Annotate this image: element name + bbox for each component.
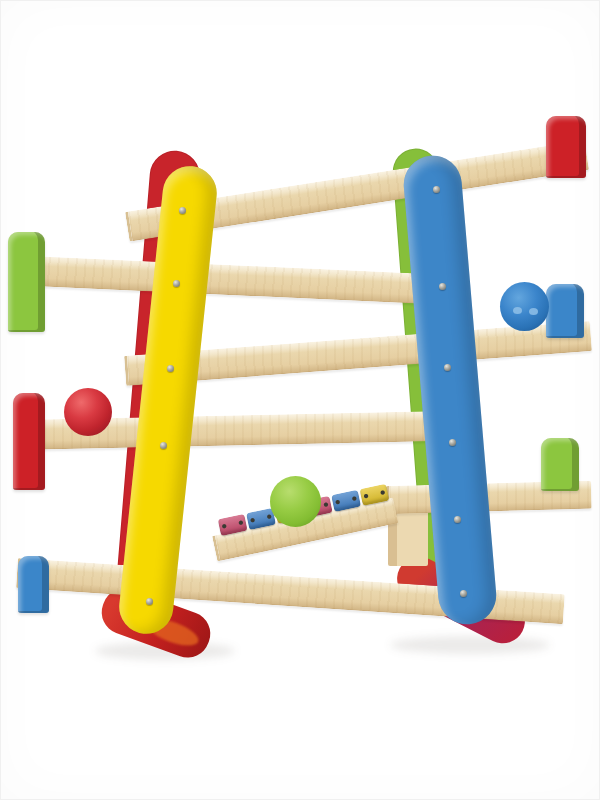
ball-green	[270, 476, 321, 527]
xylophone-key-6	[360, 484, 390, 506]
end-cap-blue-left	[18, 556, 49, 613]
xylophone-key-5	[331, 490, 361, 512]
end-cap-blue-right	[546, 284, 584, 338]
screw	[160, 442, 167, 449]
ground-shadow-right	[390, 636, 550, 654]
screw	[167, 365, 174, 372]
ball-blue	[500, 282, 549, 331]
screw	[444, 364, 451, 371]
ball-highlight	[513, 307, 522, 314]
screw	[179, 207, 186, 214]
screw	[173, 280, 180, 287]
end-cap-red-left	[13, 393, 45, 490]
end-cap-green-right	[541, 438, 579, 491]
ball-highlight	[529, 308, 538, 315]
end-cap-red-right	[546, 116, 586, 178]
screw	[454, 516, 461, 523]
screw	[433, 186, 440, 193]
screw	[146, 598, 153, 605]
screw	[460, 590, 467, 597]
screw	[439, 283, 446, 290]
ramp-2	[9, 255, 453, 305]
end-cap-green-left	[8, 232, 45, 332]
toy-product-photo	[0, 0, 600, 800]
xylophone-key-1	[218, 514, 248, 536]
ball-red	[64, 388, 112, 436]
screw	[449, 439, 456, 446]
